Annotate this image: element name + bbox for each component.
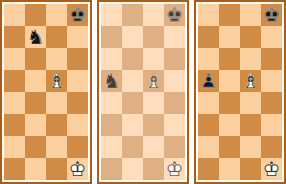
square-r7c2[interactable] <box>219 136 240 158</box>
square-r7c2[interactable] <box>25 136 46 158</box>
square-r6c3[interactable] <box>143 114 164 136</box>
square-r5c4[interactable] <box>164 92 185 114</box>
square-r8c3[interactable] <box>240 158 261 180</box>
square-r3c2[interactable] <box>25 48 46 70</box>
square-r8c4[interactable]: ♚♔ <box>261 158 282 180</box>
square-r6c1[interactable] <box>101 114 122 136</box>
square-r5c1[interactable] <box>4 92 25 114</box>
square-r1c2[interactable] <box>122 4 143 26</box>
square-r5c2[interactable] <box>25 92 46 114</box>
square-r3c3[interactable] <box>143 48 164 70</box>
square-r8c2[interactable] <box>219 158 240 180</box>
square-r2c1[interactable] <box>101 26 122 48</box>
black-king[interactable]: ♚♔ <box>261 4 282 26</box>
square-r8c2[interactable] <box>122 158 143 180</box>
black-king[interactable]: ♚♔ <box>164 4 185 26</box>
square-r1c3[interactable] <box>240 4 261 26</box>
square-r1c4[interactable]: ♚♔ <box>261 4 282 26</box>
square-r4c1[interactable] <box>4 70 25 92</box>
square-r3c4[interactable] <box>164 48 185 70</box>
square-r1c1[interactable] <box>4 4 25 26</box>
square-r2c3[interactable] <box>46 26 67 48</box>
black-knight[interactable]: ♞♘ <box>25 26 46 48</box>
chessboard-1[interactable]: ♚♔♞♘♝♗♚♔ <box>4 4 88 180</box>
square-r8c1[interactable] <box>198 158 219 180</box>
square-r5c3[interactable] <box>46 92 67 114</box>
square-r8c4[interactable]: ♚♔ <box>164 158 185 180</box>
square-r4c2[interactable] <box>219 70 240 92</box>
square-r8c4[interactable]: ♚♔ <box>67 158 88 180</box>
square-r5c4[interactable] <box>261 92 282 114</box>
white-king[interactable]: ♚♔ <box>261 158 282 180</box>
square-r4c2[interactable] <box>25 70 46 92</box>
white-bishop[interactable]: ♝♗ <box>240 70 261 92</box>
black-pawn[interactable]: ♟♙ <box>198 70 219 92</box>
square-r4c1[interactable]: ♟♙ <box>198 70 219 92</box>
square-r6c2[interactable] <box>25 114 46 136</box>
square-r3c2[interactable] <box>122 48 143 70</box>
square-r7c2[interactable] <box>122 136 143 158</box>
square-r1c2[interactable] <box>219 4 240 26</box>
square-r4c3[interactable]: ♝♗ <box>46 70 67 92</box>
square-r2c2[interactable]: ♞♘ <box>25 26 46 48</box>
white-king[interactable]: ♚♔ <box>164 158 185 180</box>
black-knight[interactable]: ♞♘ <box>101 70 122 92</box>
square-r1c4[interactable]: ♚♔ <box>164 4 185 26</box>
chessboard-2[interactable]: ♚♔♞♘♝♗♚♔ <box>101 4 185 180</box>
square-r6c2[interactable] <box>219 114 240 136</box>
square-r3c1[interactable] <box>198 48 219 70</box>
square-r2c2[interactable] <box>219 26 240 48</box>
square-r6c3[interactable] <box>46 114 67 136</box>
square-r6c4[interactable] <box>67 114 88 136</box>
square-r5c3[interactable] <box>240 92 261 114</box>
square-r2c2[interactable] <box>122 26 143 48</box>
board-panel-3: ♚♔♟♙♝♗♚♔ <box>194 0 286 184</box>
square-r4c3[interactable]: ♝♗ <box>240 70 261 92</box>
square-r7c3[interactable] <box>143 136 164 158</box>
square-r7c1[interactable] <box>4 136 25 158</box>
square-r2c4[interactable] <box>261 26 282 48</box>
square-r7c3[interactable] <box>46 136 67 158</box>
square-r2c3[interactable] <box>240 26 261 48</box>
black-king[interactable]: ♚♔ <box>67 4 88 26</box>
square-r5c1[interactable] <box>198 92 219 114</box>
square-r8c3[interactable] <box>46 158 67 180</box>
square-r6c1[interactable] <box>198 114 219 136</box>
square-r2c3[interactable] <box>143 26 164 48</box>
square-r4c4[interactable] <box>164 70 185 92</box>
square-r4c4[interactable] <box>261 70 282 92</box>
square-r6c1[interactable] <box>4 114 25 136</box>
square-r3c3[interactable] <box>46 48 67 70</box>
square-r7c1[interactable] <box>101 136 122 158</box>
chessboard-3[interactable]: ♚♔♟♙♝♗♚♔ <box>198 4 282 180</box>
square-r5c2[interactable] <box>122 92 143 114</box>
square-r6c3[interactable] <box>240 114 261 136</box>
square-r1c2[interactable] <box>25 4 46 26</box>
square-r4c3[interactable]: ♝♗ <box>143 70 164 92</box>
white-bishop[interactable]: ♝♗ <box>46 70 67 92</box>
board-strip: ♚♔♞♘♝♗♚♔ ♚♔♞♘♝♗♚♔ ♚♔♟♙♝♗♚♔ <box>0 0 286 184</box>
square-r3c3[interactable] <box>240 48 261 70</box>
square-r4c1[interactable]: ♞♘ <box>101 70 122 92</box>
square-r3c4[interactable] <box>67 48 88 70</box>
square-r2c1[interactable] <box>198 26 219 48</box>
square-r7c3[interactable] <box>240 136 261 158</box>
square-r1c3[interactable] <box>143 4 164 26</box>
square-r3c4[interactable] <box>261 48 282 70</box>
square-r1c1[interactable] <box>101 4 122 26</box>
white-king[interactable]: ♚♔ <box>67 158 88 180</box>
square-r6c2[interactable] <box>122 114 143 136</box>
board-panel-2: ♚♔♞♘♝♗♚♔ <box>97 0 189 184</box>
square-r4c2[interactable] <box>122 70 143 92</box>
square-r1c4[interactable]: ♚♔ <box>67 4 88 26</box>
square-r5c4[interactable] <box>67 92 88 114</box>
square-r5c1[interactable] <box>101 92 122 114</box>
square-r8c1[interactable] <box>4 158 25 180</box>
square-r7c4[interactable] <box>164 136 185 158</box>
square-r2c1[interactable] <box>4 26 25 48</box>
square-r1c3[interactable] <box>46 4 67 26</box>
square-r8c1[interactable] <box>101 158 122 180</box>
square-r3c1[interactable] <box>101 48 122 70</box>
square-r7c4[interactable] <box>67 136 88 158</box>
square-r3c1[interactable] <box>4 48 25 70</box>
square-r6c4[interactable] <box>261 114 282 136</box>
square-r5c2[interactable] <box>219 92 240 114</box>
square-r4c4[interactable] <box>67 70 88 92</box>
square-r7c1[interactable] <box>198 136 219 158</box>
board-panel-1: ♚♔♞♘♝♗♚♔ <box>0 0 92 184</box>
square-r5c3[interactable] <box>143 92 164 114</box>
square-r2c4[interactable] <box>67 26 88 48</box>
square-r8c2[interactable] <box>25 158 46 180</box>
square-r2c4[interactable] <box>164 26 185 48</box>
square-r1c1[interactable] <box>198 4 219 26</box>
square-r8c3[interactable] <box>143 158 164 180</box>
square-r6c4[interactable] <box>164 114 185 136</box>
white-bishop[interactable]: ♝♗ <box>143 70 164 92</box>
square-r3c2[interactable] <box>219 48 240 70</box>
square-r7c4[interactable] <box>261 136 282 158</box>
